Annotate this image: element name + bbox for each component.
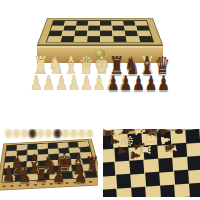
chess-piece-p: ♟ [145, 73, 158, 93]
blurred-piece [21, 129, 28, 138]
chessboard-lid-checker [46, 20, 154, 42]
chess-piece-p: ♟ [129, 150, 142, 162]
blurred-piece [78, 129, 85, 138]
photo-folded-box: ♜♞♝♛♚♝♞♜ ♟♟♟♟♟♟♟♟ ♜♞♝♛♚♝♞♜ ♟♟♟♟♟♟♟♟ [30, 8, 170, 100]
chess-piece-p: ♟ [18, 165, 31, 187]
chess-piece-p: ♟ [43, 73, 56, 93]
chess-piece-p: ♟ [132, 73, 145, 93]
photo-pieces-on-board: ♞♝♞♚♝♜♟♟♜♟♟ [0, 129, 98, 192]
box-lid-wood-frame [37, 18, 163, 45]
chess-piece-p: ♟ [107, 73, 120, 93]
blurred-piece [62, 129, 69, 138]
chess-piece-p: ♟ [30, 73, 43, 93]
light-pawns-row: ♟♟♟♟♟♟♟♟ [30, 73, 105, 87]
chess-piece-p: ♟ [93, 73, 106, 93]
blurred-piece [29, 129, 36, 138]
chess-piece-n: ♞ [163, 141, 177, 154]
blurred-piece [54, 129, 61, 138]
blurred-piece [45, 129, 52, 138]
chess-piece-p: ♟ [116, 145, 130, 158]
chess-piece-p: ♟ [74, 165, 87, 187]
blurred-piece [5, 129, 12, 138]
photo-piled-pieces: ♜♟♞♝♚♟♟♛♝♞♟♜♟♝♞♟ [103, 129, 200, 197]
chess-piece-r: ♜ [34, 163, 48, 186]
blurred-far-pieces [5, 129, 93, 138]
chess-piece-p: ♟ [120, 73, 133, 93]
chess-piece-p: ♟ [157, 73, 170, 93]
chess-piece-p: ♟ [52, 165, 65, 187]
chess-piece-p: ♟ [80, 73, 93, 93]
chess-piece-p: ♟ [55, 73, 68, 93]
blurred-piece [86, 129, 93, 138]
box-lid-perspective [37, 18, 163, 45]
chess-piece-p: ♟ [2, 164, 15, 186]
blurred-piece [37, 129, 44, 138]
blurred-piece [13, 129, 20, 138]
light-major-pieces-row: ♜♞♝♛♚♝♞♜ [33, 54, 105, 71]
chess-set-product-collage: ♜♞♝♛♚♝♞♜ ♟♟♟♟♟♟♟♟ ♜♞♝♛♚♝♞♜ ♟♟♟♟♟♟♟♟ ♞♝♞♚… [0, 0, 200, 200]
chess-piece-p: ♟ [68, 73, 81, 93]
dark-pawns-row: ♟♟♟♟♟♟♟♟ [107, 73, 170, 87]
far-dark-piece [175, 129, 183, 134]
dark-major-pieces-row: ♜♞♝♛♚♝♞♜ [109, 54, 168, 71]
blurred-piece [70, 129, 77, 138]
